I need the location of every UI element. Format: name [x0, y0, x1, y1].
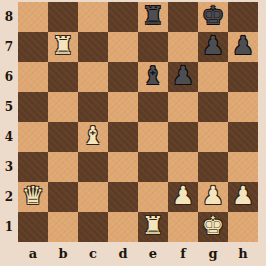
square-f8[interactable]	[168, 2, 198, 32]
chess-board: ♜♚♜♟♟♝♟♝♛♟♟♟♜♚	[18, 2, 258, 242]
square-b3[interactable]	[48, 152, 78, 182]
square-h8[interactable]	[228, 2, 258, 32]
square-d8[interactable]	[108, 2, 138, 32]
square-a3[interactable]	[18, 152, 48, 182]
square-f2[interactable]: ♟	[168, 182, 198, 212]
piece-white-rook[interactable]: ♜	[52, 31, 74, 61]
rank-label-7: 7	[0, 32, 18, 62]
square-d7[interactable]	[108, 32, 138, 62]
file-label-h: h	[228, 243, 258, 263]
piece-black-pawn[interactable]: ♟	[202, 31, 224, 61]
square-d4[interactable]	[108, 122, 138, 152]
piece-white-pawn[interactable]: ♟	[202, 181, 224, 211]
square-c7[interactable]	[78, 32, 108, 62]
piece-white-queen[interactable]: ♛	[22, 181, 44, 211]
square-c2[interactable]	[78, 182, 108, 212]
file-labels: abcdefgh	[18, 243, 258, 263]
square-e1[interactable]: ♜	[138, 212, 168, 242]
square-c8[interactable]	[78, 2, 108, 32]
square-d5[interactable]	[108, 92, 138, 122]
square-c5[interactable]	[78, 92, 108, 122]
rank-labels: 87654321	[0, 2, 18, 242]
square-b4[interactable]	[48, 122, 78, 152]
square-b1[interactable]	[48, 212, 78, 242]
square-g2[interactable]: ♟	[198, 182, 228, 212]
square-h7[interactable]: ♟	[228, 32, 258, 62]
square-d3[interactable]	[108, 152, 138, 182]
rank-label-2: 2	[0, 182, 18, 212]
square-d1[interactable]	[108, 212, 138, 242]
piece-black-pawn[interactable]: ♟	[172, 61, 194, 91]
square-f5[interactable]	[168, 92, 198, 122]
square-g4[interactable]	[198, 122, 228, 152]
square-h2[interactable]: ♟	[228, 182, 258, 212]
square-e7[interactable]	[138, 32, 168, 62]
square-g1[interactable]: ♚	[198, 212, 228, 242]
rank-label-6: 6	[0, 62, 18, 92]
square-e3[interactable]	[138, 152, 168, 182]
square-g8[interactable]: ♚	[198, 2, 228, 32]
file-label-g: g	[198, 243, 228, 263]
square-e6[interactable]: ♝	[138, 62, 168, 92]
square-g7[interactable]: ♟	[198, 32, 228, 62]
square-f4[interactable]	[168, 122, 198, 152]
piece-black-king[interactable]: ♚	[202, 1, 224, 31]
piece-white-bishop[interactable]: ♝	[82, 121, 104, 151]
piece-white-pawn[interactable]: ♟	[232, 181, 254, 211]
square-b8[interactable]	[48, 2, 78, 32]
square-h5[interactable]	[228, 92, 258, 122]
file-label-e: e	[138, 243, 168, 263]
square-c3[interactable]	[78, 152, 108, 182]
file-label-c: c	[78, 243, 108, 263]
square-e2[interactable]	[138, 182, 168, 212]
square-c4[interactable]: ♝	[78, 122, 108, 152]
rank-label-3: 3	[0, 152, 18, 182]
square-a8[interactable]	[18, 2, 48, 32]
square-a5[interactable]	[18, 92, 48, 122]
square-e5[interactable]	[138, 92, 168, 122]
square-c1[interactable]	[78, 212, 108, 242]
rank-label-1: 1	[0, 212, 18, 242]
square-g5[interactable]	[198, 92, 228, 122]
square-h1[interactable]	[228, 212, 258, 242]
square-f1[interactable]	[168, 212, 198, 242]
square-d6[interactable]	[108, 62, 138, 92]
rank-label-8: 8	[0, 2, 18, 32]
square-f3[interactable]	[168, 152, 198, 182]
square-e8[interactable]: ♜	[138, 2, 168, 32]
square-b5[interactable]	[48, 92, 78, 122]
square-b6[interactable]	[48, 62, 78, 92]
piece-black-rook[interactable]: ♜	[142, 1, 164, 31]
square-a2[interactable]: ♛	[18, 182, 48, 212]
square-a4[interactable]	[18, 122, 48, 152]
piece-white-pawn[interactable]: ♟	[172, 181, 194, 211]
piece-white-rook[interactable]: ♜	[142, 211, 164, 241]
square-d2[interactable]	[108, 182, 138, 212]
chess-app-page: 87654321 ♜♚♜♟♟♝♟♝♛♟♟♟♜♚ abcdefgh	[0, 0, 266, 266]
square-a1[interactable]	[18, 212, 48, 242]
square-h3[interactable]	[228, 152, 258, 182]
square-h4[interactable]	[228, 122, 258, 152]
piece-white-king[interactable]: ♚	[202, 211, 224, 241]
square-h6[interactable]	[228, 62, 258, 92]
square-g6[interactable]	[198, 62, 228, 92]
file-label-d: d	[108, 243, 138, 263]
square-c6[interactable]	[78, 62, 108, 92]
file-label-a: a	[18, 243, 48, 263]
square-f7[interactable]	[168, 32, 198, 62]
file-label-b: b	[48, 243, 78, 263]
square-b7[interactable]: ♜	[48, 32, 78, 62]
rank-label-4: 4	[0, 122, 18, 152]
square-f6[interactable]: ♟	[168, 62, 198, 92]
square-b2[interactable]	[48, 182, 78, 212]
file-label-f: f	[168, 243, 198, 263]
square-g3[interactable]	[198, 152, 228, 182]
piece-black-pawn[interactable]: ♟	[232, 31, 254, 61]
square-e4[interactable]	[138, 122, 168, 152]
rank-label-5: 5	[0, 92, 18, 122]
square-a7[interactable]	[18, 32, 48, 62]
square-a6[interactable]	[18, 62, 48, 92]
piece-black-bishop[interactable]: ♝	[142, 61, 164, 91]
